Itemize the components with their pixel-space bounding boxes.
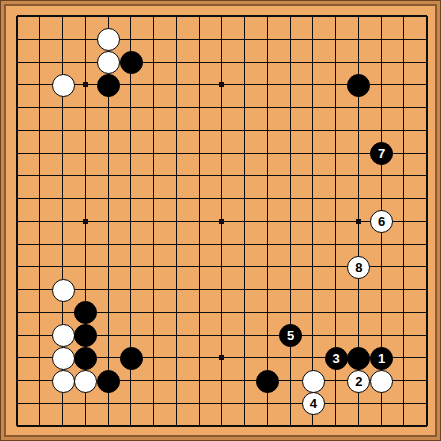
intersection-N11[interactable] <box>279 187 302 210</box>
intersection-L3[interactable] <box>233 369 256 392</box>
intersection-H6[interactable] <box>165 301 188 324</box>
intersection-B9[interactable] <box>28 233 51 256</box>
intersection-D17[interactable] <box>74 51 97 74</box>
intersection-P7[interactable] <box>324 278 347 301</box>
intersection-C11[interactable] <box>51 187 74 210</box>
intersection-P17[interactable] <box>324 51 347 74</box>
intersection-O11[interactable] <box>302 187 325 210</box>
intersection-R5[interactable] <box>370 324 393 347</box>
intersection-L16[interactable] <box>233 73 256 96</box>
intersection-E1[interactable] <box>97 415 120 438</box>
intersection-D7[interactable] <box>74 278 97 301</box>
intersection-L2[interactable] <box>233 392 256 415</box>
intersection-B19[interactable] <box>28 5 51 28</box>
intersection-L15[interactable] <box>233 96 256 119</box>
intersection-B6[interactable] <box>28 301 51 324</box>
intersection-S4[interactable] <box>393 347 416 370</box>
intersection-Q16[interactable] <box>347 73 370 96</box>
intersection-T12[interactable] <box>415 164 438 187</box>
intersection-J7[interactable] <box>188 278 211 301</box>
intersection-O3[interactable] <box>302 369 325 392</box>
intersection-M13[interactable] <box>256 142 279 165</box>
intersection-B2[interactable] <box>28 392 51 415</box>
intersection-F12[interactable] <box>119 164 142 187</box>
intersection-P13[interactable] <box>324 142 347 165</box>
intersection-B13[interactable] <box>28 142 51 165</box>
intersection-E2[interactable] <box>97 392 120 415</box>
intersection-R1[interactable] <box>370 415 393 438</box>
intersection-A10[interactable] <box>6 210 29 233</box>
intersection-N14[interactable] <box>279 119 302 142</box>
intersection-P3[interactable] <box>324 369 347 392</box>
intersection-T17[interactable] <box>415 51 438 74</box>
intersection-B7[interactable] <box>28 278 51 301</box>
intersection-P11[interactable] <box>324 187 347 210</box>
intersection-O1[interactable] <box>302 415 325 438</box>
intersection-T9[interactable] <box>415 233 438 256</box>
intersection-E5[interactable] <box>97 324 120 347</box>
intersection-N2[interactable] <box>279 392 302 415</box>
intersection-L14[interactable] <box>233 119 256 142</box>
intersection-B18[interactable] <box>28 28 51 51</box>
intersection-C17[interactable] <box>51 51 74 74</box>
intersection-Q15[interactable] <box>347 96 370 119</box>
intersection-G11[interactable] <box>142 187 165 210</box>
intersection-H15[interactable] <box>165 96 188 119</box>
intersection-E12[interactable] <box>97 164 120 187</box>
intersection-T11[interactable] <box>415 187 438 210</box>
intersection-Q5[interactable] <box>347 324 370 347</box>
intersection-Q1[interactable] <box>347 415 370 438</box>
intersection-C6[interactable] <box>51 301 74 324</box>
intersection-P6[interactable] <box>324 301 347 324</box>
intersection-G12[interactable] <box>142 164 165 187</box>
intersection-G16[interactable] <box>142 73 165 96</box>
intersection-A5[interactable] <box>6 324 29 347</box>
intersection-A3[interactable] <box>6 369 29 392</box>
intersection-D1[interactable] <box>74 415 97 438</box>
intersection-T16[interactable] <box>415 73 438 96</box>
intersection-L11[interactable] <box>233 187 256 210</box>
intersection-N15[interactable] <box>279 96 302 119</box>
intersection-T18[interactable] <box>415 28 438 51</box>
intersection-F3[interactable] <box>119 369 142 392</box>
intersection-F13[interactable] <box>119 142 142 165</box>
intersection-M3[interactable] <box>256 369 279 392</box>
intersection-K3[interactable] <box>210 369 233 392</box>
intersection-S18[interactable] <box>393 28 416 51</box>
intersection-Q13[interactable] <box>347 142 370 165</box>
intersection-F14[interactable] <box>119 119 142 142</box>
intersection-P15[interactable] <box>324 96 347 119</box>
intersection-C4[interactable] <box>51 347 74 370</box>
intersection-N4[interactable] <box>279 347 302 370</box>
intersection-H10[interactable] <box>165 210 188 233</box>
intersection-S2[interactable] <box>393 392 416 415</box>
intersection-G2[interactable] <box>142 392 165 415</box>
intersection-T15[interactable] <box>415 96 438 119</box>
intersection-O9[interactable] <box>302 233 325 256</box>
intersection-P18[interactable] <box>324 28 347 51</box>
intersection-B11[interactable] <box>28 187 51 210</box>
intersection-H11[interactable] <box>165 187 188 210</box>
intersection-Q17[interactable] <box>347 51 370 74</box>
intersection-L13[interactable] <box>233 142 256 165</box>
intersection-J17[interactable] <box>188 51 211 74</box>
intersection-C5[interactable] <box>51 324 74 347</box>
intersection-F19[interactable] <box>119 5 142 28</box>
intersection-F9[interactable] <box>119 233 142 256</box>
intersection-D2[interactable] <box>74 392 97 415</box>
intersection-L9[interactable] <box>233 233 256 256</box>
intersection-D9[interactable] <box>74 233 97 256</box>
intersection-R9[interactable] <box>370 233 393 256</box>
intersection-F18[interactable] <box>119 28 142 51</box>
intersection-E15[interactable] <box>97 96 120 119</box>
intersection-D4[interactable] <box>74 347 97 370</box>
intersection-H1[interactable] <box>165 415 188 438</box>
intersection-S3[interactable] <box>393 369 416 392</box>
intersection-N6[interactable] <box>279 301 302 324</box>
intersection-R11[interactable] <box>370 187 393 210</box>
intersection-E16[interactable] <box>97 73 120 96</box>
intersection-O2[interactable]: 4 <box>302 392 325 415</box>
intersection-H2[interactable] <box>165 392 188 415</box>
intersection-R7[interactable] <box>370 278 393 301</box>
intersection-A16[interactable] <box>6 73 29 96</box>
intersection-F4[interactable] <box>119 347 142 370</box>
intersection-H12[interactable] <box>165 164 188 187</box>
intersection-O4[interactable] <box>302 347 325 370</box>
intersection-A6[interactable] <box>6 301 29 324</box>
intersection-C10[interactable] <box>51 210 74 233</box>
intersection-L5[interactable] <box>233 324 256 347</box>
intersection-E18[interactable] <box>97 28 120 51</box>
intersection-S6[interactable] <box>393 301 416 324</box>
intersection-A11[interactable] <box>6 187 29 210</box>
intersection-J4[interactable] <box>188 347 211 370</box>
intersection-N17[interactable] <box>279 51 302 74</box>
intersection-D8[interactable] <box>74 256 97 279</box>
intersection-T6[interactable] <box>415 301 438 324</box>
intersection-K9[interactable] <box>210 233 233 256</box>
intersection-C9[interactable] <box>51 233 74 256</box>
intersection-D6[interactable] <box>74 301 97 324</box>
intersection-S13[interactable] <box>393 142 416 165</box>
intersection-F2[interactable] <box>119 392 142 415</box>
intersection-F1[interactable] <box>119 415 142 438</box>
intersection-F17[interactable] <box>119 51 142 74</box>
intersection-F15[interactable] <box>119 96 142 119</box>
intersection-P5[interactable] <box>324 324 347 347</box>
intersection-B16[interactable] <box>28 73 51 96</box>
intersection-E14[interactable] <box>97 119 120 142</box>
intersection-C18[interactable] <box>51 28 74 51</box>
intersection-C3[interactable] <box>51 369 74 392</box>
intersection-A12[interactable] <box>6 164 29 187</box>
intersection-O7[interactable] <box>302 278 325 301</box>
intersection-O6[interactable] <box>302 301 325 324</box>
intersection-T10[interactable] <box>415 210 438 233</box>
intersection-K12[interactable] <box>210 164 233 187</box>
intersection-Q7[interactable] <box>347 278 370 301</box>
intersection-K18[interactable] <box>210 28 233 51</box>
intersection-Q12[interactable] <box>347 164 370 187</box>
intersection-G19[interactable] <box>142 5 165 28</box>
intersection-B10[interactable] <box>28 210 51 233</box>
intersection-M15[interactable] <box>256 96 279 119</box>
intersection-H13[interactable] <box>165 142 188 165</box>
intersection-F10[interactable] <box>119 210 142 233</box>
intersection-E6[interactable] <box>97 301 120 324</box>
intersection-Q10[interactable] <box>347 210 370 233</box>
intersection-L10[interactable] <box>233 210 256 233</box>
intersection-L18[interactable] <box>233 28 256 51</box>
intersection-T7[interactable] <box>415 278 438 301</box>
intersection-G10[interactable] <box>142 210 165 233</box>
intersection-E10[interactable] <box>97 210 120 233</box>
intersection-K6[interactable] <box>210 301 233 324</box>
intersection-J12[interactable] <box>188 164 211 187</box>
intersection-K17[interactable] <box>210 51 233 74</box>
intersection-J14[interactable] <box>188 119 211 142</box>
intersection-M2[interactable] <box>256 392 279 415</box>
intersection-J10[interactable] <box>188 210 211 233</box>
intersection-M17[interactable] <box>256 51 279 74</box>
intersection-F6[interactable] <box>119 301 142 324</box>
intersection-O16[interactable] <box>302 73 325 96</box>
intersection-G9[interactable] <box>142 233 165 256</box>
intersection-P19[interactable] <box>324 5 347 28</box>
intersection-S7[interactable] <box>393 278 416 301</box>
intersection-O5[interactable] <box>302 324 325 347</box>
intersection-F7[interactable] <box>119 278 142 301</box>
intersection-E11[interactable] <box>97 187 120 210</box>
intersection-J18[interactable] <box>188 28 211 51</box>
intersection-A19[interactable] <box>6 5 29 28</box>
intersection-L19[interactable] <box>233 5 256 28</box>
intersection-O19[interactable] <box>302 5 325 28</box>
intersection-A7[interactable] <box>6 278 29 301</box>
intersection-M19[interactable] <box>256 5 279 28</box>
intersection-A13[interactable] <box>6 142 29 165</box>
intersection-K19[interactable] <box>210 5 233 28</box>
intersection-T1[interactable] <box>415 415 438 438</box>
intersection-D16[interactable] <box>74 73 97 96</box>
intersection-K14[interactable] <box>210 119 233 142</box>
intersection-J15[interactable] <box>188 96 211 119</box>
intersection-T5[interactable] <box>415 324 438 347</box>
intersection-D15[interactable] <box>74 96 97 119</box>
intersection-T13[interactable] <box>415 142 438 165</box>
intersection-S5[interactable] <box>393 324 416 347</box>
intersection-Q6[interactable] <box>347 301 370 324</box>
intersection-B8[interactable] <box>28 256 51 279</box>
intersection-G7[interactable] <box>142 278 165 301</box>
intersection-G14[interactable] <box>142 119 165 142</box>
intersection-Q4[interactable] <box>347 347 370 370</box>
intersection-Q11[interactable] <box>347 187 370 210</box>
intersection-J11[interactable] <box>188 187 211 210</box>
intersection-S16[interactable] <box>393 73 416 96</box>
intersection-L12[interactable] <box>233 164 256 187</box>
intersection-N3[interactable] <box>279 369 302 392</box>
intersection-R14[interactable] <box>370 119 393 142</box>
intersection-N16[interactable] <box>279 73 302 96</box>
intersection-J1[interactable] <box>188 415 211 438</box>
intersection-M4[interactable] <box>256 347 279 370</box>
intersection-S15[interactable] <box>393 96 416 119</box>
intersection-L4[interactable] <box>233 347 256 370</box>
intersection-J2[interactable] <box>188 392 211 415</box>
intersection-A1[interactable] <box>6 415 29 438</box>
intersection-F5[interactable] <box>119 324 142 347</box>
intersection-G18[interactable] <box>142 28 165 51</box>
intersection-O12[interactable] <box>302 164 325 187</box>
intersection-M7[interactable] <box>256 278 279 301</box>
intersection-N19[interactable] <box>279 5 302 28</box>
intersection-R19[interactable] <box>370 5 393 28</box>
intersection-D14[interactable] <box>74 119 97 142</box>
intersection-M6[interactable] <box>256 301 279 324</box>
intersection-G1[interactable] <box>142 415 165 438</box>
intersection-G17[interactable] <box>142 51 165 74</box>
intersection-E19[interactable] <box>97 5 120 28</box>
intersection-J3[interactable] <box>188 369 211 392</box>
intersection-A15[interactable] <box>6 96 29 119</box>
intersection-O13[interactable] <box>302 142 325 165</box>
intersection-P9[interactable] <box>324 233 347 256</box>
intersection-J16[interactable] <box>188 73 211 96</box>
intersection-P4[interactable]: 3 <box>324 347 347 370</box>
intersection-J9[interactable] <box>188 233 211 256</box>
intersection-E7[interactable] <box>97 278 120 301</box>
intersection-K1[interactable] <box>210 415 233 438</box>
intersection-T19[interactable] <box>415 5 438 28</box>
intersection-Q2[interactable] <box>347 392 370 415</box>
intersection-L17[interactable] <box>233 51 256 74</box>
intersection-R17[interactable] <box>370 51 393 74</box>
intersection-D12[interactable] <box>74 164 97 187</box>
intersection-S12[interactable] <box>393 164 416 187</box>
intersection-P2[interactable] <box>324 392 347 415</box>
intersection-G4[interactable] <box>142 347 165 370</box>
intersection-H17[interactable] <box>165 51 188 74</box>
intersection-S11[interactable] <box>393 187 416 210</box>
intersection-G8[interactable] <box>142 256 165 279</box>
intersection-R8[interactable] <box>370 256 393 279</box>
intersection-M16[interactable] <box>256 73 279 96</box>
intersection-J5[interactable] <box>188 324 211 347</box>
intersection-E9[interactable] <box>97 233 120 256</box>
intersection-O17[interactable] <box>302 51 325 74</box>
intersection-N18[interactable] <box>279 28 302 51</box>
intersection-H14[interactable] <box>165 119 188 142</box>
intersection-A14[interactable] <box>6 119 29 142</box>
intersection-M10[interactable] <box>256 210 279 233</box>
intersection-C14[interactable] <box>51 119 74 142</box>
intersection-H16[interactable] <box>165 73 188 96</box>
intersection-C8[interactable] <box>51 256 74 279</box>
intersection-Q14[interactable] <box>347 119 370 142</box>
intersection-S17[interactable] <box>393 51 416 74</box>
intersection-O15[interactable] <box>302 96 325 119</box>
intersection-F16[interactable] <box>119 73 142 96</box>
intersection-D5[interactable] <box>74 324 97 347</box>
intersection-E8[interactable] <box>97 256 120 279</box>
intersection-P10[interactable] <box>324 210 347 233</box>
intersection-R3[interactable] <box>370 369 393 392</box>
intersection-N8[interactable] <box>279 256 302 279</box>
intersection-C12[interactable] <box>51 164 74 187</box>
intersection-O10[interactable] <box>302 210 325 233</box>
intersection-K4[interactable] <box>210 347 233 370</box>
intersection-S10[interactable] <box>393 210 416 233</box>
intersection-Q8[interactable]: 8 <box>347 256 370 279</box>
intersection-R16[interactable] <box>370 73 393 96</box>
intersection-E3[interactable] <box>97 369 120 392</box>
intersection-T3[interactable] <box>415 369 438 392</box>
intersection-C19[interactable] <box>51 5 74 28</box>
intersection-K11[interactable] <box>210 187 233 210</box>
intersection-B5[interactable] <box>28 324 51 347</box>
intersection-O8[interactable] <box>302 256 325 279</box>
intersection-M12[interactable] <box>256 164 279 187</box>
intersection-H4[interactable] <box>165 347 188 370</box>
intersection-N13[interactable] <box>279 142 302 165</box>
intersection-C1[interactable] <box>51 415 74 438</box>
intersection-M8[interactable] <box>256 256 279 279</box>
intersection-B1[interactable] <box>28 415 51 438</box>
intersection-G15[interactable] <box>142 96 165 119</box>
intersection-G13[interactable] <box>142 142 165 165</box>
intersection-K2[interactable] <box>210 392 233 415</box>
intersection-H5[interactable] <box>165 324 188 347</box>
intersection-P16[interactable] <box>324 73 347 96</box>
intersection-Q19[interactable] <box>347 5 370 28</box>
intersection-T2[interactable] <box>415 392 438 415</box>
intersection-N10[interactable] <box>279 210 302 233</box>
intersection-E13[interactable] <box>97 142 120 165</box>
intersection-H3[interactable] <box>165 369 188 392</box>
intersection-G3[interactable] <box>142 369 165 392</box>
intersection-F8[interactable] <box>119 256 142 279</box>
intersection-R18[interactable] <box>370 28 393 51</box>
intersection-J13[interactable] <box>188 142 211 165</box>
intersection-C7[interactable] <box>51 278 74 301</box>
intersection-D13[interactable] <box>74 142 97 165</box>
intersection-S14[interactable] <box>393 119 416 142</box>
intersection-J8[interactable] <box>188 256 211 279</box>
intersection-R12[interactable] <box>370 164 393 187</box>
intersection-M5[interactable] <box>256 324 279 347</box>
intersection-K16[interactable] <box>210 73 233 96</box>
intersection-D11[interactable] <box>74 187 97 210</box>
intersection-S8[interactable] <box>393 256 416 279</box>
intersection-T4[interactable] <box>415 347 438 370</box>
intersection-C2[interactable] <box>51 392 74 415</box>
intersection-B15[interactable] <box>28 96 51 119</box>
intersection-D3[interactable] <box>74 369 97 392</box>
intersection-C13[interactable] <box>51 142 74 165</box>
intersection-M9[interactable] <box>256 233 279 256</box>
intersection-G5[interactable] <box>142 324 165 347</box>
intersection-E17[interactable] <box>97 51 120 74</box>
intersection-G6[interactable] <box>142 301 165 324</box>
intersection-R4[interactable]: 1 <box>370 347 393 370</box>
intersection-Q18[interactable] <box>347 28 370 51</box>
intersection-M11[interactable] <box>256 187 279 210</box>
